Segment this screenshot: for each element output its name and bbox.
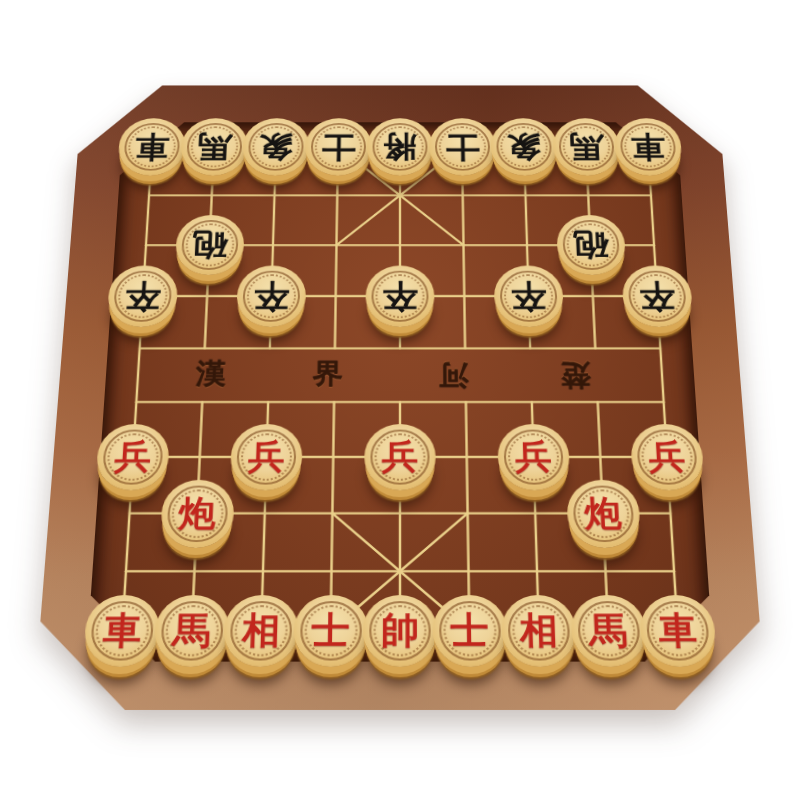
piece-black-horse[interactable]: 馬 <box>552 118 621 175</box>
piece-glyph: 車 <box>630 132 666 161</box>
piece-glyph: 炮 <box>584 496 623 531</box>
piece-glyph: 士 <box>450 612 489 649</box>
piece-glyph: 砲 <box>572 230 608 261</box>
piece-glyph: 卒 <box>124 280 161 312</box>
piece-red-soldier[interactable]: 兵 <box>364 424 436 490</box>
piece-black-soldier[interactable]: 卒 <box>365 266 434 328</box>
piece-black-soldier[interactable]: 卒 <box>621 266 693 328</box>
pieces-layer: 車馬象士將士象馬車砲砲卒卒卒卒卒兵兵兵兵兵炮炮車馬相士帥士相馬車 <box>86 122 713 661</box>
piece-black-elephant[interactable]: 象 <box>242 118 310 175</box>
piece-red-elephant[interactable]: 相 <box>501 595 577 667</box>
piece-glyph: 士 <box>321 132 356 161</box>
piece-glyph: 相 <box>519 612 558 649</box>
piece-glyph: 帥 <box>381 612 419 649</box>
piece-black-chariot[interactable]: 車 <box>613 118 683 175</box>
piece-black-advisor[interactable]: 士 <box>304 118 371 175</box>
piece-glyph: 兵 <box>515 440 553 474</box>
piece-red-horse[interactable]: 馬 <box>153 595 231 667</box>
piece-glyph: 炮 <box>178 496 217 531</box>
piece-glyph: 馬 <box>172 612 212 649</box>
piece-black-general[interactable]: 將 <box>367 118 434 175</box>
piece-glyph: 砲 <box>191 230 227 261</box>
piece-glyph: 卒 <box>382 280 417 312</box>
piece-glyph: 卒 <box>253 280 289 312</box>
piece-black-soldier[interactable]: 卒 <box>106 266 178 328</box>
piece-glyph: 士 <box>311 612 350 649</box>
piece-red-chariot[interactable]: 車 <box>639 595 718 667</box>
piece-glyph: 兵 <box>382 440 419 474</box>
piece-black-cannon[interactable]: 砲 <box>555 215 626 275</box>
piece-red-advisor[interactable]: 士 <box>432 595 507 667</box>
piece-glyph: 兵 <box>248 440 286 474</box>
piece-glyph: 車 <box>134 132 170 161</box>
piece-black-soldier[interactable]: 卒 <box>236 266 307 328</box>
piece-glyph: 卒 <box>639 280 676 312</box>
xiangqi-board: 漢 界 河 楚 車馬象士將士象馬車砲砲卒卒卒卒卒兵兵兵兵兵炮炮車馬相士帥士相馬車 <box>33 85 766 710</box>
piece-black-soldier[interactable]: 卒 <box>494 266 565 328</box>
piece-black-cannon[interactable]: 砲 <box>174 215 245 275</box>
piece-glyph: 將 <box>383 132 417 161</box>
piece-glyph: 馬 <box>196 132 231 161</box>
piece-glyph: 士 <box>445 132 480 161</box>
piece-black-elephant[interactable]: 象 <box>490 118 558 175</box>
piece-black-horse[interactable]: 馬 <box>179 118 248 175</box>
piece-red-elephant[interactable]: 相 <box>223 595 299 667</box>
piece-glyph: 兵 <box>113 440 152 474</box>
piece-glyph: 馬 <box>588 612 628 649</box>
piece-red-soldier[interactable]: 兵 <box>630 424 705 490</box>
piece-glyph: 象 <box>258 132 293 161</box>
piece-red-general[interactable]: 帥 <box>363 595 438 667</box>
piece-glyph: 兵 <box>648 440 687 474</box>
piece-red-soldier[interactable]: 兵 <box>95 424 170 490</box>
product-photo-background: 漢 界 河 楚 車馬象士將士象馬車砲砲卒卒卒卒卒兵兵兵兵兵炮炮車馬相士帥士相馬車 <box>0 0 800 800</box>
piece-glyph: 象 <box>507 132 542 161</box>
piece-red-cannon[interactable]: 炮 <box>159 480 234 548</box>
piece-red-advisor[interactable]: 士 <box>293 595 368 667</box>
piece-red-soldier[interactable]: 兵 <box>230 424 303 490</box>
piece-red-chariot[interactable]: 車 <box>83 595 162 667</box>
piece-red-horse[interactable]: 馬 <box>570 595 648 667</box>
piece-red-cannon[interactable]: 炮 <box>565 480 640 548</box>
piece-glyph: 馬 <box>568 132 603 161</box>
piece-glyph: 卒 <box>510 280 546 312</box>
piece-glyph: 車 <box>102 612 142 649</box>
piece-black-advisor[interactable]: 士 <box>429 118 496 175</box>
piece-black-chariot[interactable]: 車 <box>117 118 187 175</box>
piece-glyph: 車 <box>658 612 698 649</box>
piece-red-soldier[interactable]: 兵 <box>497 424 570 490</box>
piece-glyph: 相 <box>241 612 280 649</box>
